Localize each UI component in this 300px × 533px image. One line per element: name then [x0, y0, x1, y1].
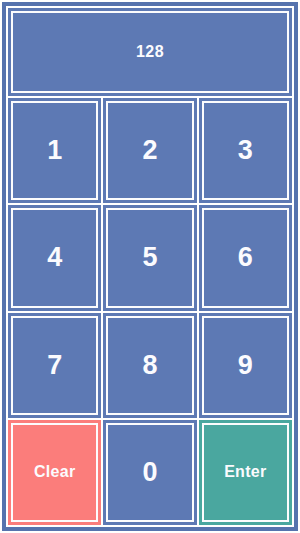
key-2[interactable]: 2 — [103, 98, 196, 203]
key-0[interactable]: 0 — [103, 420, 196, 525]
key-9[interactable]: 9 — [199, 313, 292, 418]
key-3[interactable]: 3 — [199, 98, 292, 203]
key-7[interactable]: 7 — [8, 313, 101, 418]
key-8[interactable]: 8 — [103, 313, 196, 418]
key-1[interactable]: 1 — [8, 98, 101, 203]
enter-button[interactable]: Enter — [199, 420, 292, 525]
clear-button[interactable]: Clear — [8, 420, 101, 525]
key-4[interactable]: 4 — [8, 205, 101, 310]
keypad-app: 128 1 2 3 4 5 6 7 8 9 Clear 0 Enter — [0, 0, 300, 533]
value-display: 128 — [8, 8, 292, 96]
key-5[interactable]: 5 — [103, 205, 196, 310]
keypad-grid: 128 1 2 3 4 5 6 7 8 9 Clear 0 Enter — [2, 2, 298, 531]
key-6[interactable]: 6 — [199, 205, 292, 310]
